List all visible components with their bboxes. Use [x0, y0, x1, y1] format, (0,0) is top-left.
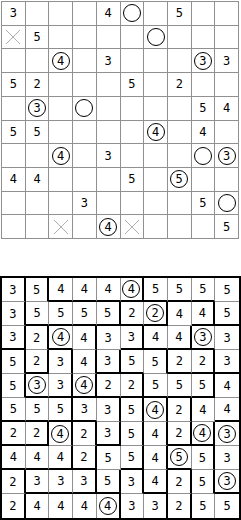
puzzle-cell-r1c10[interactable]	[215, 2, 238, 25]
solution-cell-r3c1: 3	[2, 326, 26, 350]
puzzle-cell-r4c10[interactable]	[215, 73, 238, 96]
puzzle-cell-r2c10[interactable]	[215, 26, 238, 49]
number: 4	[199, 125, 206, 139]
number: 5	[104, 474, 111, 488]
solution-cell-r8c10: 3	[215, 446, 239, 470]
puzzle-cell-r1c4[interactable]	[73, 2, 96, 25]
number: 5	[199, 196, 206, 210]
solution-cell-r5c5: 2	[97, 374, 121, 398]
puzzle-cell-r8c4[interactable]	[73, 168, 96, 191]
puzzle-cell-r1c3[interactable]	[49, 2, 72, 25]
puzzle-cell-r4c4[interactable]	[73, 73, 96, 96]
solution-cell-r8c3: 4	[49, 446, 73, 470]
number: 3	[105, 331, 112, 345]
number: 5	[199, 475, 206, 489]
solution-cell-r1c1: 3	[2, 278, 26, 302]
solution-cell-r6c3: 5	[49, 398, 73, 422]
puzzle-cell-r10c8[interactable]	[168, 215, 191, 238]
number: 5	[224, 499, 231, 513]
number: 5	[10, 402, 17, 416]
puzzle-cell-r3c8[interactable]	[168, 49, 191, 72]
number: 5	[128, 427, 135, 441]
cross-icon	[5, 29, 21, 45]
number: 3	[224, 331, 231, 345]
puzzle-grid: 345543335252354554443344553545	[1, 1, 239, 239]
number: 3	[80, 474, 87, 488]
puzzle-cell-r4c6[interactable]: 5	[121, 73, 144, 96]
puzzle-cell-r2c7[interactable]	[144, 26, 167, 49]
puzzle-cell-r2c6[interactable]	[121, 26, 144, 49]
number: 4	[105, 6, 112, 20]
number: 5	[104, 306, 111, 320]
solution-cell-r7c8: 2	[168, 422, 192, 446]
puzzle-cell-r3c9[interactable]: 3	[192, 49, 215, 72]
puzzle-cell-r2c4[interactable]	[73, 26, 96, 49]
circle-mark	[218, 194, 236, 212]
puzzle-cell-r5c8[interactable]	[168, 97, 191, 120]
solution-cell-r10c1: 2	[2, 494, 26, 518]
number: 3	[105, 149, 112, 163]
puzzle-cell-r3c6[interactable]	[121, 49, 144, 72]
puzzle-cell-r4c8[interactable]: 2	[168, 73, 191, 96]
number: 3	[81, 196, 88, 210]
solution-cell-r4c8: 2	[168, 350, 192, 374]
puzzle-cell-r6c10[interactable]	[215, 121, 238, 144]
solution-cell-r8c5: 5	[97, 446, 121, 470]
solution-cell-r7c2: 2	[26, 422, 50, 446]
number: 5	[199, 282, 206, 296]
puzzle-cell-r4c9[interactable]	[192, 73, 215, 96]
puzzle-cell-r6c8[interactable]	[168, 121, 191, 144]
number: 5	[9, 355, 16, 369]
solution-cell-r7c5: 3	[97, 422, 121, 446]
solution-cell-r4c1: 5	[2, 350, 26, 374]
circled-number: 5	[170, 448, 188, 466]
number: 4	[80, 355, 87, 369]
number: 3	[224, 451, 231, 465]
number: 5	[33, 306, 40, 320]
number: 3	[104, 403, 111, 417]
circled-number: 3	[194, 52, 212, 70]
puzzle-cell-r8c7[interactable]	[144, 168, 167, 191]
puzzle-cell-r7c3[interactable]: 4	[49, 144, 72, 167]
solution-cell-r4c4: 4	[73, 350, 97, 374]
number: 2	[105, 378, 112, 392]
solution-cell-r1c8: 5	[168, 278, 192, 302]
puzzle-cell-r10c9[interactable]	[192, 215, 215, 238]
solution-cell-r7c9: 4	[192, 422, 216, 446]
solution-cell-r1c7: 5	[144, 278, 168, 302]
number: 4	[199, 403, 206, 417]
solution-cell-r6c6: 5	[121, 398, 145, 422]
circled-number: 4	[193, 424, 211, 442]
puzzle-cell-r2c3[interactable]	[49, 26, 72, 49]
number: 5	[33, 402, 40, 416]
solution-cell-r5c3: 3	[49, 374, 73, 398]
number: 5	[199, 101, 206, 115]
number: 3	[10, 6, 17, 20]
number: 5	[176, 282, 183, 296]
puzzle-cell-r4c1[interactable]: 5	[2, 73, 25, 96]
number: 4	[224, 379, 231, 393]
puzzle-cell-r8c1[interactable]: 4	[2, 168, 25, 191]
puzzle-cell-r7c6[interactable]	[121, 144, 144, 167]
number: 5	[128, 77, 135, 91]
puzzle-cell-r8c8[interactable]: 5	[168, 168, 191, 191]
solution-cell-r7c6: 5	[121, 422, 145, 446]
number: 3	[104, 354, 111, 368]
number: 4	[57, 499, 64, 513]
number: 5	[105, 451, 112, 465]
solution-cell-r8c2: 4	[26, 446, 50, 470]
solution-cell-r4c7: 5	[144, 350, 168, 374]
solution-cell-r9c10: 3	[215, 470, 239, 494]
solution-cell-r5c9: 5	[192, 374, 216, 398]
solution-cell-r9c2: 3	[26, 470, 50, 494]
puzzle-cell-r1c7[interactable]	[144, 2, 167, 25]
solution-cell-r5c8: 5	[168, 374, 192, 398]
puzzle-cell-r9c7[interactable]	[144, 192, 167, 215]
puzzle-cell-r6c4[interactable]	[73, 121, 96, 144]
solution-cell-r9c7: 4	[144, 470, 168, 494]
puzzle-cell-r3c3[interactable]: 4	[49, 49, 72, 72]
number: 3	[128, 475, 135, 489]
number: 5	[199, 378, 206, 392]
solution-cell-r10c5: 4	[97, 494, 121, 518]
solution-cell-r9c6: 3	[121, 470, 145, 494]
puzzle-cell-r9c4[interactable]: 3	[73, 192, 96, 215]
number: 4	[81, 499, 88, 513]
puzzle-cell-r5c5[interactable]	[97, 97, 120, 120]
page: 345543335252354554443344553545 354444555…	[0, 0, 241, 520]
number: 2	[33, 354, 40, 368]
puzzle-cell-r2c9[interactable]	[192, 26, 215, 49]
puzzle-cell-r3c2[interactable]	[26, 49, 49, 72]
solution-cell-r9c4: 3	[73, 470, 97, 494]
puzzle-cell-r3c7[interactable]	[144, 49, 167, 72]
number: 5	[199, 451, 206, 465]
solution-cell-r1c4: 4	[73, 278, 97, 302]
puzzle-cell-r5c10[interactable]: 4	[215, 97, 238, 120]
number: 2	[80, 450, 87, 464]
number: 2	[33, 77, 40, 91]
number: 5	[176, 378, 183, 392]
puzzle-cell-r7c1[interactable]	[2, 144, 25, 167]
number: 5	[10, 125, 17, 139]
circled-number: 4	[99, 218, 117, 236]
puzzle-cell-r4c7[interactable]	[144, 73, 167, 96]
number: 4	[33, 450, 40, 464]
cross-icon	[53, 219, 69, 235]
solution-cell-r3c3: 4	[49, 326, 73, 350]
number: 4	[80, 331, 87, 345]
solution-cell-r6c8: 2	[168, 398, 192, 422]
puzzle-cell-r1c8[interactable]: 5	[168, 2, 191, 25]
circle-mark	[75, 99, 93, 117]
puzzle-cell-r7c4[interactable]	[73, 144, 96, 167]
circled-number: 4	[122, 280, 140, 298]
number: 4	[33, 499, 40, 513]
puzzle-cell-r3c5[interactable]: 3	[97, 49, 120, 72]
circled-number: 5	[170, 170, 188, 188]
puzzle-cell-r6c1[interactable]: 5	[2, 121, 25, 144]
solution-cell-r10c10: 5	[215, 494, 239, 518]
puzzle-cell-r9c1[interactable]	[2, 192, 25, 215]
circled-number: 4	[99, 497, 117, 515]
number: 5	[128, 354, 135, 368]
solution-cell-r10c3: 4	[49, 494, 73, 518]
solution-cell-r6c1: 5	[2, 398, 26, 422]
circled-number: 4	[52, 52, 70, 70]
number: 5	[128, 450, 135, 464]
puzzle-cell-r5c9[interactable]: 5	[192, 97, 215, 120]
circled-number: 3	[28, 376, 46, 394]
puzzle-cell-r9c5[interactable]	[97, 192, 120, 215]
solution-cell-r10c4: 4	[73, 494, 97, 518]
puzzle-cell-r7c10[interactable]: 3	[215, 144, 238, 167]
circled-number: 4	[147, 123, 165, 141]
solution-cell-r9c1: 2	[2, 470, 26, 494]
puzzle-cell-r7c9[interactable]	[192, 144, 215, 167]
solution-cell-r9c8: 2	[168, 470, 192, 494]
puzzle-cell-r4c3[interactable]	[49, 73, 72, 96]
solution-cell-r9c3: 3	[49, 470, 73, 494]
solution-cell-r8c1: 4	[2, 446, 26, 470]
puzzle-cell-r10c3[interactable]	[49, 215, 72, 238]
number: 4	[10, 172, 17, 186]
puzzle-cell-r2c8[interactable]	[168, 26, 191, 49]
circled-number: 4	[75, 376, 93, 394]
solution-cell-r5c10: 4	[215, 374, 239, 398]
number: 5	[81, 306, 88, 320]
number: 5	[57, 402, 64, 416]
puzzle-cell-r2c1[interactable]	[2, 26, 25, 49]
number: 5	[128, 403, 135, 417]
number: 5	[9, 379, 16, 393]
number: 2	[9, 499, 16, 513]
puzzle-cell-r7c8[interactable]	[168, 144, 191, 167]
puzzle-cell-r9c9[interactable]: 5	[192, 192, 215, 215]
circled-number: 3	[218, 425, 236, 443]
number: 5	[57, 306, 64, 320]
circled-number: 2	[146, 304, 164, 322]
solution-cell-r8c9: 5	[192, 446, 216, 470]
puzzle-cell-r10c7[interactable]	[144, 215, 167, 238]
number: 3	[33, 474, 40, 488]
number: 3	[105, 54, 112, 68]
solution-cell-r8c7: 4	[144, 446, 168, 470]
puzzle-cell-r5c3[interactable]	[49, 97, 72, 120]
solution-cell-r2c6: 2	[121, 302, 145, 326]
solution-cell-r3c4: 4	[73, 326, 97, 350]
puzzle-cell-r6c9[interactable]: 4	[192, 121, 215, 144]
number: 2	[175, 403, 182, 417]
puzzle-cell-r4c2[interactable]: 2	[26, 73, 49, 96]
number: 2	[175, 426, 182, 440]
puzzle-cell-r6c2[interactable]: 5	[26, 121, 49, 144]
puzzle-cell-r2c5[interactable]	[97, 26, 120, 49]
number: 3	[151, 499, 158, 513]
solution-cell-r1c3: 4	[49, 278, 73, 302]
puzzle-cell-r8c9[interactable]	[192, 168, 215, 191]
solution-cell-r6c7: 4	[144, 398, 168, 422]
solution-cell-r3c2: 2	[26, 326, 50, 350]
puzzle-cell-r3c1[interactable]	[2, 49, 25, 72]
puzzle-cell-r10c5[interactable]: 4	[97, 215, 120, 238]
number: 2	[128, 306, 135, 320]
puzzle-cell-r9c3[interactable]	[49, 192, 72, 215]
puzzle-cell-r8c6[interactable]: 5	[121, 168, 144, 191]
cross-icon	[124, 219, 140, 235]
puzzle-cell-r8c3[interactable]	[49, 168, 72, 191]
puzzle-cell-r10c4[interactable]	[73, 215, 96, 238]
number: 5	[176, 6, 183, 20]
puzzle-cell-r9c6[interactable]	[121, 192, 144, 215]
number: 5	[224, 283, 231, 297]
puzzle-cell-r5c7[interactable]	[144, 97, 167, 120]
solution-cell-r4c10: 3	[215, 350, 239, 374]
puzzle-cell-r5c6[interactable]	[121, 97, 144, 120]
puzzle-cell-r6c7[interactable]: 4	[144, 121, 167, 144]
circled-number: 3	[194, 328, 212, 346]
solution-cell-r3c7: 4	[144, 326, 168, 350]
solution-cell-r4c3: 3	[49, 350, 73, 374]
solution-cell-r6c2: 5	[26, 398, 50, 422]
solution-cell-r7c1: 2	[2, 422, 26, 446]
number: 3	[223, 54, 230, 68]
solution-cell-r9c9: 5	[192, 470, 216, 494]
puzzle-cell-r10c6[interactable]	[121, 215, 144, 238]
number: 3	[9, 307, 16, 321]
solution-cell-r6c4: 3	[73, 398, 97, 422]
puzzle-cell-r8c5[interactable]	[97, 168, 120, 191]
number: 4	[175, 330, 182, 344]
puzzle-cell-r7c5[interactable]: 3	[97, 144, 120, 167]
number: 3	[57, 474, 64, 488]
solution-cell-r4c9: 2	[192, 350, 216, 374]
number: 3	[104, 426, 111, 440]
number: 3	[9, 330, 16, 344]
number: 3	[9, 283, 16, 297]
puzzle-cell-r6c3[interactable]	[49, 121, 72, 144]
puzzle-cell-r8c10[interactable]	[215, 168, 238, 191]
number: 4	[33, 172, 40, 186]
solution-cell-r7c4: 2	[73, 422, 97, 446]
number: 2	[176, 77, 183, 91]
solution-cell-r9c5: 5	[97, 470, 121, 494]
number: 2	[175, 499, 182, 513]
number: 4	[176, 307, 183, 321]
circled-number: 4	[52, 328, 70, 346]
number: 5	[223, 220, 230, 234]
solution-cell-r4c5: 3	[97, 350, 121, 374]
puzzle-cell-r9c10[interactable]	[215, 192, 238, 215]
number: 3	[81, 402, 88, 416]
solution-cell-r5c4: 4	[73, 374, 97, 398]
solution-cell-r1c10: 5	[215, 278, 239, 302]
solution-cell-r4c6: 5	[121, 350, 145, 374]
puzzle-cell-r1c2[interactable]	[26, 2, 49, 25]
number: 5	[128, 172, 135, 186]
number: 4	[151, 427, 158, 441]
circle-mark	[147, 28, 165, 46]
circle-mark	[194, 147, 212, 165]
number: 5	[10, 77, 17, 91]
puzzle-cell-r10c1[interactable]	[2, 215, 25, 238]
solution-cell-r1c6: 4	[121, 278, 145, 302]
solution-cell-r2c8: 4	[168, 302, 192, 326]
number: 5	[199, 499, 206, 513]
circled-number: 4	[51, 425, 69, 443]
number: 2	[33, 426, 40, 440]
solution-cell-r1c9: 5	[192, 278, 216, 302]
puzzle-cell-r8c2[interactable]: 4	[26, 168, 49, 191]
puzzle-cell-r2c2[interactable]: 5	[26, 26, 49, 49]
solution-cell-r8c6: 5	[121, 446, 145, 470]
number: 4	[224, 402, 231, 416]
number: 2	[176, 354, 183, 368]
solution-cell-r7c7: 4	[144, 422, 168, 446]
solution-cell-r5c2: 3	[26, 374, 50, 398]
puzzle-cell-r7c2[interactable]	[26, 144, 49, 167]
number: 4	[81, 282, 88, 296]
puzzle-cell-r3c10[interactable]: 3	[215, 49, 238, 72]
solution-cell-r8c4: 2	[73, 446, 97, 470]
number: 5	[152, 282, 159, 296]
solution-cell-r2c1: 3	[2, 302, 26, 326]
solution-cell-r3c8: 4	[168, 326, 192, 350]
number: 3	[224, 354, 231, 368]
solution-cell-r1c5: 4	[97, 278, 121, 302]
puzzle-cell-r6c5[interactable]	[97, 121, 120, 144]
number: 2	[80, 427, 87, 441]
puzzle-cell-r1c6[interactable]	[121, 2, 144, 25]
circled-number: 3	[28, 99, 46, 117]
solution-cell-r7c3: 4	[49, 422, 73, 446]
puzzle-cell-r5c1[interactable]	[2, 97, 25, 120]
puzzle-cell-r6c6[interactable]	[121, 121, 144, 144]
number: 4	[151, 474, 158, 488]
puzzle-cell-r7c7[interactable]	[144, 144, 167, 167]
puzzle-cell-r5c4[interactable]	[73, 97, 96, 120]
puzzle-cell-r10c10[interactable]: 5	[215, 215, 238, 238]
number: 4	[10, 450, 17, 464]
puzzle-cell-r9c8[interactable]	[168, 192, 191, 215]
puzzle-cell-r5c2[interactable]: 3	[26, 97, 49, 120]
solution-cell-r3c10: 3	[215, 326, 239, 350]
solution-cell-r5c6: 2	[121, 374, 145, 398]
puzzle-cell-r1c5[interactable]: 4	[97, 2, 120, 25]
puzzle-cell-r1c1[interactable]: 3	[2, 2, 25, 25]
puzzle-cell-r10c2[interactable]	[26, 215, 49, 238]
solution-grid: 3544445555355552244532443344335234355223…	[0, 276, 241, 520]
puzzle-cell-r1c9[interactable]	[192, 2, 215, 25]
puzzle-cell-r3c4[interactable]	[73, 49, 96, 72]
solution-cell-r1c2: 5	[26, 278, 50, 302]
circled-number: 4	[52, 147, 70, 165]
solution-cell-r10c7: 3	[144, 494, 168, 518]
solution-cell-r10c9: 5	[192, 494, 216, 518]
puzzle-cell-r9c2[interactable]	[26, 192, 49, 215]
puzzle-cell-r4c5[interactable]	[97, 73, 120, 96]
circled-number: 3	[218, 472, 236, 490]
number: 5	[151, 355, 158, 369]
number: 4	[57, 282, 64, 296]
number: 5	[33, 283, 40, 297]
solution-cell-r10c8: 2	[168, 494, 192, 518]
number: 2	[199, 354, 206, 368]
solution-cell-r3c6: 3	[121, 326, 145, 350]
